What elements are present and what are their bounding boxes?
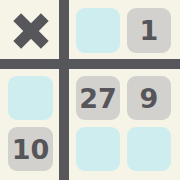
grid-divider-vertical (59, 0, 69, 180)
cell-product-r3c3-empty[interactable] (127, 127, 171, 171)
cell-product-r3c2-empty[interactable] (76, 127, 120, 171)
cell-col-header-3-given: 1 (127, 8, 171, 53)
cell-col-header-2-empty[interactable] (76, 8, 120, 53)
cell-row-header-2-empty[interactable] (8, 76, 53, 120)
cell-value: 27 (79, 85, 117, 112)
cell-product-r2c2-given: 27 (76, 76, 120, 120)
cell-row-header-3-given: 10 (8, 127, 53, 171)
multiplication-puzzle-board: 1 27 9 10 (0, 0, 180, 180)
cell-value: 1 (140, 17, 159, 44)
cell-value: 10 (12, 136, 50, 163)
cell-value: 9 (140, 85, 159, 112)
grid-divider-horizontal (0, 59, 180, 69)
cell-product-r2c3-given: 9 (127, 76, 171, 120)
operator-cell (8, 8, 53, 53)
